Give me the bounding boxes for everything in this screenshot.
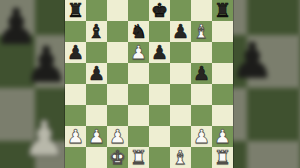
square-f1[interactable]: ♝ [170, 147, 191, 168]
square-b3[interactable] [86, 105, 107, 126]
square-a4[interactable] [65, 84, 86, 105]
background-blurred-pawn: ♟ [230, 36, 275, 86]
white-pawn-h2: ♟ [212, 126, 233, 147]
square-h2[interactable]: ♟ [212, 126, 233, 147]
black-pawn-a6: ♟ [65, 42, 86, 63]
black-pawn-f7: ♟ [170, 21, 191, 42]
square-e5[interactable] [149, 63, 170, 84]
square-a3[interactable] [65, 105, 86, 126]
white-king-c1: ♚ [107, 147, 128, 168]
white-pawn-c2: ♟ [107, 126, 128, 147]
square-b4[interactable] [86, 84, 107, 105]
square-a5[interactable] [65, 63, 86, 84]
white-pawn-g2: ♟ [191, 126, 212, 147]
square-e2[interactable] [149, 126, 170, 147]
square-f4[interactable] [170, 84, 191, 105]
square-g3[interactable] [191, 105, 212, 126]
black-rook-h8: ♜ [212, 0, 233, 21]
square-h6[interactable] [212, 42, 233, 63]
square-c1[interactable]: ♚ [107, 147, 128, 168]
square-e7[interactable] [149, 21, 170, 42]
black-knight-d7: ♞ [128, 21, 149, 42]
square-f5[interactable] [170, 63, 191, 84]
white-bishop-g7: ♝ [191, 21, 212, 42]
square-c4[interactable] [107, 84, 128, 105]
square-a1[interactable] [65, 147, 86, 168]
black-rook-a8: ♜ [65, 0, 86, 21]
background-blurred-pawn: ♟ [22, 114, 67, 164]
square-b1[interactable] [86, 147, 107, 168]
square-d6[interactable]: ♟ [128, 42, 149, 63]
square-h3[interactable] [212, 105, 233, 126]
square-c8[interactable] [107, 0, 128, 21]
square-e1[interactable] [149, 147, 170, 168]
square-d1[interactable]: ♜ [128, 147, 149, 168]
square-a7[interactable] [65, 21, 86, 42]
square-e4[interactable] [149, 84, 170, 105]
square-a6[interactable]: ♟ [65, 42, 86, 63]
white-pawn-a2: ♟ [65, 126, 86, 147]
square-e3[interactable] [149, 105, 170, 126]
black-pawn-e6: ♟ [149, 42, 170, 63]
background-blurred-pawn: ♟ [24, 40, 69, 90]
square-c3[interactable] [107, 105, 128, 126]
square-d2[interactable] [128, 126, 149, 147]
square-f6[interactable] [170, 42, 191, 63]
square-e6[interactable]: ♟ [149, 42, 170, 63]
square-c6[interactable] [107, 42, 128, 63]
square-g6[interactable] [191, 42, 212, 63]
square-f7[interactable]: ♟ [170, 21, 191, 42]
square-d5[interactable] [128, 63, 149, 84]
square-d3[interactable] [128, 105, 149, 126]
square-f2[interactable] [170, 126, 191, 147]
white-bishop-f1: ♝ [170, 147, 191, 168]
white-rook-h1: ♜ [212, 147, 233, 168]
square-g7[interactable]: ♝ [191, 21, 212, 42]
square-b8[interactable] [86, 0, 107, 21]
square-b7[interactable]: ♝ [86, 21, 107, 42]
square-h4[interactable] [212, 84, 233, 105]
square-c5[interactable] [107, 63, 128, 84]
square-g4[interactable] [191, 84, 212, 105]
white-pawn-d6: ♟ [128, 42, 149, 63]
square-g2[interactable]: ♟ [191, 126, 212, 147]
square-b2[interactable]: ♟ [86, 126, 107, 147]
square-h8[interactable]: ♜ [212, 0, 233, 21]
square-g8[interactable] [191, 0, 212, 21]
square-d7[interactable]: ♞ [128, 21, 149, 42]
black-bishop-b7: ♝ [86, 21, 107, 42]
black-pawn-g5: ♟ [191, 63, 212, 84]
square-a8[interactable]: ♜ [65, 0, 86, 21]
square-h5[interactable] [212, 63, 233, 84]
square-b5[interactable]: ♟ [86, 63, 107, 84]
square-d8[interactable] [128, 0, 149, 21]
white-rook-d1: ♜ [128, 147, 149, 168]
chess-board: ♜♚♜♝♞♟♝♟♟♟♟♟♟♟♟♟♟♚♜♝♜ [65, 0, 233, 168]
square-a2[interactable]: ♟ [65, 126, 86, 147]
square-c2[interactable]: ♟ [107, 126, 128, 147]
square-f8[interactable] [170, 0, 191, 21]
white-pawn-b2: ♟ [86, 126, 107, 147]
square-g1[interactable] [191, 147, 212, 168]
square-f3[interactable] [170, 105, 191, 126]
square-e8[interactable]: ♚ [149, 0, 170, 21]
video-frame[interactable]: ♟♟♟♟ ♜♚♜♝♞♟♝♟♟♟♟♟♟♟♟♟♟♚♜♝♜ [0, 0, 300, 168]
black-pawn-b5: ♟ [86, 63, 107, 84]
square-g5[interactable]: ♟ [191, 63, 212, 84]
square-d4[interactable] [128, 84, 149, 105]
square-b6[interactable] [86, 42, 107, 63]
black-king-e8: ♚ [149, 0, 170, 21]
square-h1[interactable]: ♜ [212, 147, 233, 168]
square-h7[interactable] [212, 21, 233, 42]
square-c7[interactable] [107, 21, 128, 42]
